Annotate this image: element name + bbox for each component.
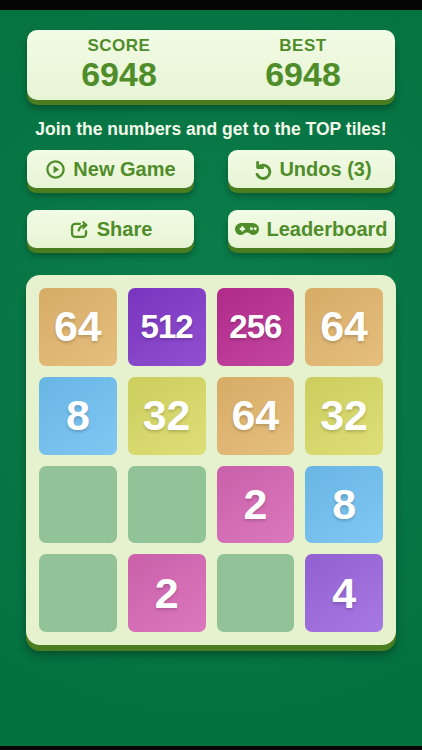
undo-icon bbox=[251, 159, 272, 180]
undos-button[interactable]: Undos (3) bbox=[228, 150, 395, 188]
empty-cell bbox=[128, 466, 206, 544]
empty-cell bbox=[217, 554, 295, 632]
tile-512: 512 bbox=[128, 288, 206, 366]
tagline-bold: TOP tiles! bbox=[306, 119, 387, 139]
bottom-letterbox-bar bbox=[0, 746, 422, 750]
undos-label: Undos (3) bbox=[279, 158, 371, 181]
tile-8: 8 bbox=[305, 466, 383, 544]
app-screen: SCORE 6948 BEST 6948 Join the numbers an… bbox=[0, 0, 422, 750]
share-button[interactable]: Share bbox=[27, 210, 194, 248]
tile-32: 32 bbox=[128, 377, 206, 455]
empty-cell bbox=[39, 554, 117, 632]
tile-64: 64 bbox=[217, 377, 295, 455]
new-game-label: New Game bbox=[73, 158, 175, 181]
tile-256: 256 bbox=[217, 288, 295, 366]
top-letterbox-bar bbox=[0, 0, 422, 10]
tagline: Join the numbers and get to the TOP tile… bbox=[0, 119, 422, 140]
leaderboard-button[interactable]: Leaderboard bbox=[228, 210, 395, 248]
tile-32: 32 bbox=[305, 377, 383, 455]
empty-cell bbox=[39, 466, 117, 544]
tile-64: 64 bbox=[39, 288, 117, 366]
tile-2: 2 bbox=[128, 554, 206, 632]
new-game-button[interactable]: New Game bbox=[27, 150, 194, 188]
tile-2: 2 bbox=[217, 466, 295, 544]
share-icon bbox=[69, 219, 90, 240]
tile-8: 8 bbox=[39, 377, 117, 455]
best-label: BEST bbox=[265, 37, 341, 55]
button-grid: New Game Undos (3) Share bbox=[27, 150, 395, 248]
score-value: 6948 bbox=[81, 57, 157, 93]
score-panel: SCORE 6948 BEST 6948 bbox=[27, 30, 395, 100]
tagline-regular: Join the numbers and get to the bbox=[35, 119, 305, 139]
score-label: SCORE bbox=[81, 37, 157, 55]
leaderboard-label: Leaderboard bbox=[266, 218, 387, 241]
best-value: 6948 bbox=[265, 57, 341, 93]
gamepad-icon bbox=[235, 220, 259, 238]
score-box: SCORE 6948 bbox=[81, 37, 157, 93]
tile-4: 4 bbox=[305, 554, 383, 632]
board-2048[interactable]: 645122566483264322824 bbox=[26, 275, 396, 645]
play-circle-icon bbox=[45, 159, 66, 180]
best-box: BEST 6948 bbox=[265, 37, 341, 93]
tile-64: 64 bbox=[305, 288, 383, 366]
share-label: Share bbox=[97, 218, 153, 241]
